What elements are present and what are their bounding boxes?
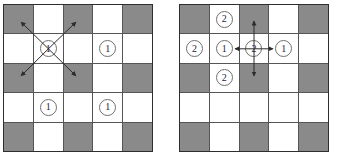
board-cell-r3c1[interactable] [210,93,239,121]
board-cell-r1c2[interactable] [64,34,93,62]
board-cell-r2c1[interactable] [34,64,63,92]
board-cell-r1c4[interactable] [299,34,328,62]
two-board-diagram: 1111 221212 [0,0,344,155]
board-cell-r2c1[interactable]: 2 [210,64,239,92]
board-cell-r0c2[interactable] [64,5,93,33]
numbered-disc[interactable]: 1 [99,99,116,116]
board-cell-r4c0[interactable] [4,123,33,151]
board-cell-r0c0[interactable] [180,5,209,33]
board-cell-r3c4[interactable] [123,93,152,121]
board-cell-r4c4[interactable] [299,123,328,151]
board-cell-r3c2[interactable] [64,93,93,121]
board-cell-r4c3[interactable] [269,123,298,151]
board-cell-r4c2[interactable] [64,123,93,151]
board-cell-r0c1[interactable]: 2 [210,5,239,33]
board-cell-r1c1[interactable]: 1 [34,34,63,62]
board-cell-r4c0[interactable] [180,123,209,151]
moving-piece-disc[interactable]: 2 [245,40,262,57]
board-cell-r0c0[interactable] [4,5,33,33]
board-cell-r0c4[interactable] [123,5,152,33]
board-cell-r4c2[interactable] [240,123,269,151]
board-cell-r0c1[interactable] [34,5,63,33]
board-cell-r1c0[interactable]: 2 [180,34,209,62]
numbered-disc[interactable]: 2 [216,11,233,28]
moving-piece-disc[interactable]: 1 [40,40,57,57]
board-cell-r3c2[interactable] [240,93,269,121]
board-cell-r2c3[interactable] [269,64,298,92]
board-cell-r1c0[interactable] [4,34,33,62]
numbered-disc[interactable]: 1 [216,40,233,57]
board-cell-r2c0[interactable] [4,64,33,92]
board-cell-r1c4[interactable] [123,34,152,62]
board-cell-r3c3[interactable]: 1 [93,93,122,121]
board-cell-r2c0[interactable] [180,64,209,92]
board-cell-r3c1[interactable]: 1 [34,93,63,121]
board-cell-r4c3[interactable] [93,123,122,151]
board-cell-r2c2[interactable] [64,64,93,92]
board-cell-r0c4[interactable] [299,5,328,33]
left-board-grid: 1111 [4,5,152,151]
board-cell-r3c4[interactable] [299,93,328,121]
right-board: 221212 [179,4,329,152]
board-cell-r4c1[interactable] [34,123,63,151]
board-cell-r0c3[interactable] [93,5,122,33]
right-board-grid: 221212 [180,5,328,151]
board-cell-r0c3[interactable] [269,5,298,33]
numbered-disc[interactable]: 1 [275,40,292,57]
numbered-disc[interactable]: 1 [99,40,116,57]
numbered-disc[interactable]: 2 [216,69,233,86]
board-cell-r0c2[interactable] [240,5,269,33]
board-cell-r1c3[interactable]: 1 [269,34,298,62]
board-cell-r4c4[interactable] [123,123,152,151]
board-cell-r3c0[interactable] [4,93,33,121]
board-cell-r2c3[interactable] [93,64,122,92]
board-cell-r1c3[interactable]: 1 [93,34,122,62]
board-cell-r1c2[interactable]: 2 [240,34,269,62]
board-cell-r2c2[interactable] [240,64,269,92]
numbered-disc[interactable]: 1 [40,99,57,116]
board-cell-r2c4[interactable] [299,64,328,92]
board-cell-r1c1[interactable]: 1 [210,34,239,62]
board-cell-r2c4[interactable] [123,64,152,92]
board-cell-r3c0[interactable] [180,93,209,121]
board-cell-r3c3[interactable] [269,93,298,121]
numbered-disc[interactable]: 2 [186,40,203,57]
board-cell-r4c1[interactable] [210,123,239,151]
left-board: 1111 [3,4,153,152]
